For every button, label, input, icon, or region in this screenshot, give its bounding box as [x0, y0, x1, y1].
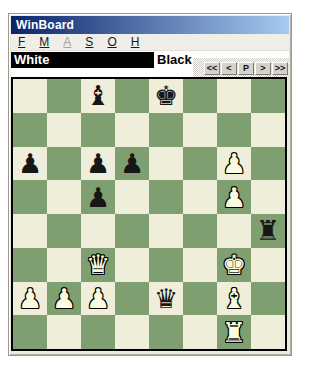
square-a3[interactable]: [13, 248, 47, 282]
nav-jump-end-button[interactable]: >>: [272, 62, 288, 75]
square-c6[interactable]: ♟: [81, 147, 115, 181]
piece-black-pawn-a6[interactable]: ♟: [18, 150, 42, 177]
square-a8[interactable]: [13, 79, 47, 113]
square-e6[interactable]: [149, 147, 183, 181]
status-area: White Black << < P > >>: [11, 51, 289, 77]
piece-white-pawn-b2[interactable]: ♟: [52, 285, 76, 312]
square-e1[interactable]: [149, 315, 183, 349]
square-d5[interactable]: [115, 180, 149, 214]
square-d8[interactable]: [115, 79, 149, 113]
square-c2[interactable]: ♟: [81, 282, 115, 316]
square-g6[interactable]: ♟: [217, 147, 251, 181]
square-b3[interactable]: [47, 248, 81, 282]
square-h4[interactable]: ♜: [251, 214, 285, 248]
square-a7[interactable]: [13, 113, 47, 147]
square-h3[interactable]: [251, 248, 285, 282]
nav-forward-button[interactable]: >: [255, 62, 271, 75]
piece-white-rook-g1[interactable]: ♜: [222, 319, 246, 346]
piece-black-pawn-c5[interactable]: ♟: [86, 184, 110, 211]
square-a4[interactable]: [13, 214, 47, 248]
square-e7[interactable]: [149, 113, 183, 147]
square-h2[interactable]: [251, 282, 285, 316]
piece-black-king-e8[interactable]: ♚: [154, 82, 178, 109]
piece-white-bishop-g2[interactable]: ♝: [222, 285, 246, 312]
piece-white-pawn-g5[interactable]: ♟: [222, 184, 246, 211]
nav-back-button[interactable]: <: [221, 62, 237, 75]
square-c8[interactable]: ♝: [81, 79, 115, 113]
square-f3[interactable]: [183, 248, 217, 282]
square-f7[interactable]: [183, 113, 217, 147]
square-a5[interactable]: [13, 180, 47, 214]
square-d7[interactable]: [115, 113, 149, 147]
menu-mode[interactable]: M: [39, 35, 49, 49]
square-h1[interactable]: [251, 315, 285, 349]
square-h5[interactable]: [251, 180, 285, 214]
square-b7[interactable]: [47, 113, 81, 147]
menu-bar: F M A S O H: [11, 34, 289, 51]
square-f1[interactable]: [183, 315, 217, 349]
square-b5[interactable]: [47, 180, 81, 214]
square-g1[interactable]: ♜: [217, 315, 251, 349]
piece-white-pawn-c2[interactable]: ♟: [86, 285, 110, 312]
square-c1[interactable]: [81, 315, 115, 349]
window-title: WinBoard: [16, 18, 74, 32]
square-g5[interactable]: ♟: [217, 180, 251, 214]
square-e5[interactable]: [149, 180, 183, 214]
piece-white-pawn-g6[interactable]: ♟: [222, 150, 246, 177]
square-g4[interactable]: [217, 214, 251, 248]
square-d2[interactable]: [115, 282, 149, 316]
square-b8[interactable]: [47, 79, 81, 113]
menu-step[interactable]: S: [85, 35, 93, 49]
square-f8[interactable]: [183, 79, 217, 113]
square-f5[interactable]: [183, 180, 217, 214]
square-g7[interactable]: [217, 113, 251, 147]
square-a6[interactable]: ♟: [13, 147, 47, 181]
square-b2[interactable]: ♟: [47, 282, 81, 316]
square-e2[interactable]: ♛: [149, 282, 183, 316]
menu-help[interactable]: H: [131, 35, 140, 49]
square-d1[interactable]: [115, 315, 149, 349]
square-e3[interactable]: [149, 248, 183, 282]
nav-pause-button[interactable]: P: [238, 62, 254, 75]
black-player-label: Black: [157, 52, 192, 68]
square-c7[interactable]: [81, 113, 115, 147]
square-d4[interactable]: [115, 214, 149, 248]
piece-black-pawn-d6[interactable]: ♟: [120, 150, 144, 177]
piece-white-queen-c3[interactable]: ♛: [86, 251, 110, 278]
square-d6[interactable]: ♟: [115, 147, 149, 181]
white-player-label: White: [11, 52, 154, 68]
menu-file[interactable]: F: [18, 35, 25, 49]
piece-black-bishop-c8[interactable]: ♝: [86, 82, 110, 109]
piece-black-queen-e2[interactable]: ♛: [154, 285, 178, 312]
menu-options[interactable]: O: [107, 35, 116, 49]
piece-white-king-g3[interactable]: ♚: [222, 251, 246, 278]
piece-white-pawn-a2[interactable]: ♟: [18, 285, 42, 312]
nav-button-strip: << < P > >>: [193, 58, 289, 77]
square-a1[interactable]: [13, 315, 47, 349]
square-e4[interactable]: [149, 214, 183, 248]
square-h8[interactable]: [251, 79, 285, 113]
chess-board: ♝♚♟♟♟♟♟♟♜♛♚♟♟♟♛♝♜: [11, 77, 287, 351]
square-c5[interactable]: ♟: [81, 180, 115, 214]
square-g8[interactable]: [217, 79, 251, 113]
square-c3[interactable]: ♛: [81, 248, 115, 282]
menu-action: A: [63, 35, 71, 49]
square-h6[interactable]: [251, 147, 285, 181]
title-bar[interactable]: WinBoard: [11, 16, 289, 34]
square-c4[interactable]: [81, 214, 115, 248]
square-h7[interactable]: [251, 113, 285, 147]
square-f2[interactable]: [183, 282, 217, 316]
square-b4[interactable]: [47, 214, 81, 248]
square-f4[interactable]: [183, 214, 217, 248]
nav-jump-start-button[interactable]: <<: [204, 62, 220, 75]
piece-black-pawn-c6[interactable]: ♟: [86, 150, 110, 177]
square-d3[interactable]: [115, 248, 149, 282]
square-g3[interactable]: ♚: [217, 248, 251, 282]
square-e8[interactable]: ♚: [149, 79, 183, 113]
square-a2[interactable]: ♟: [13, 282, 47, 316]
square-g2[interactable]: ♝: [217, 282, 251, 316]
square-f6[interactable]: [183, 147, 217, 181]
piece-black-rook-h4[interactable]: ♜: [256, 217, 280, 244]
square-b1[interactable]: [47, 315, 81, 349]
winboard-window: WinBoard F M A S O H White Black << < P …: [8, 13, 292, 356]
square-b6[interactable]: [47, 147, 81, 181]
